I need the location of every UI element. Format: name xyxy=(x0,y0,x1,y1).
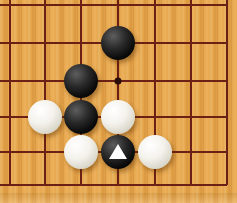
board-grid xyxy=(0,0,237,201)
grid-line-vertical xyxy=(80,24,82,62)
board-intersection[interactable] xyxy=(173,24,209,62)
grid-line-vertical xyxy=(154,62,156,99)
board-intersection[interactable] xyxy=(100,135,137,169)
board-intersection[interactable] xyxy=(209,135,237,169)
board-intersection[interactable] xyxy=(0,169,27,201)
board-intersection[interactable] xyxy=(63,135,100,169)
board-intersection[interactable] xyxy=(63,0,100,24)
board-intersection[interactable] xyxy=(137,135,174,169)
grid-line-vertical xyxy=(190,24,192,62)
board-intersection[interactable] xyxy=(173,0,209,24)
board-intersection[interactable] xyxy=(100,169,137,201)
board-intersection[interactable] xyxy=(63,24,100,62)
board-intersection[interactable] xyxy=(0,24,27,62)
grid-line-vertical xyxy=(226,0,228,24)
grid-line-vertical xyxy=(9,24,11,62)
board-intersection[interactable] xyxy=(137,0,174,24)
white-stone[interactable] xyxy=(64,135,98,169)
triangle-marker-icon xyxy=(109,144,127,159)
board-intersection[interactable] xyxy=(27,0,63,24)
grid-line-vertical xyxy=(226,169,228,185)
grid-line-vertical xyxy=(9,135,11,169)
grid-line-vertical xyxy=(80,0,82,24)
grid-line-vertical xyxy=(154,0,156,24)
board-intersection[interactable] xyxy=(100,24,137,62)
grid-line-vertical xyxy=(9,169,11,185)
grid-line-horizontal xyxy=(0,80,27,82)
white-stone[interactable] xyxy=(101,100,135,134)
grid-line-vertical xyxy=(226,99,228,135)
board-intersection[interactable] xyxy=(27,24,63,62)
board-intersection[interactable] xyxy=(173,62,209,99)
grid-line-vertical xyxy=(154,169,156,185)
board-intersection[interactable] xyxy=(0,135,27,169)
grid-line-horizontal xyxy=(0,42,27,44)
grid-line-vertical xyxy=(44,24,46,62)
board-intersection[interactable] xyxy=(63,62,100,99)
board-intersection[interactable] xyxy=(173,99,209,135)
grid-line-horizontal xyxy=(209,4,227,6)
black-stone[interactable] xyxy=(64,100,98,134)
black-stone[interactable] xyxy=(64,64,98,98)
board-intersection[interactable] xyxy=(63,169,100,201)
grid-line-horizontal xyxy=(0,4,27,6)
board-intersection[interactable] xyxy=(63,99,100,135)
board-intersection[interactable] xyxy=(137,24,174,62)
grid-line-horizontal xyxy=(209,80,227,82)
grid-line-vertical xyxy=(9,62,11,99)
grid-line-vertical xyxy=(117,169,119,185)
grid-line-horizontal xyxy=(209,42,227,44)
board-intersection[interactable] xyxy=(100,62,137,99)
board-intersection[interactable] xyxy=(137,169,174,201)
grid-line-vertical xyxy=(226,24,228,62)
grid-line-vertical xyxy=(190,169,192,185)
board-intersection[interactable] xyxy=(209,169,237,201)
grid-line-vertical xyxy=(44,62,46,99)
grid-line-vertical xyxy=(44,135,46,169)
grid-line-vertical xyxy=(44,0,46,24)
board-intersection[interactable] xyxy=(0,62,27,99)
grid-line-vertical xyxy=(80,169,82,185)
board-intersection[interactable] xyxy=(173,169,209,201)
board-intersection[interactable] xyxy=(209,62,237,99)
grid-line-horizontal xyxy=(209,116,227,118)
board-intersection[interactable] xyxy=(100,99,137,135)
board-intersection[interactable] xyxy=(209,0,237,24)
grid-line-horizontal xyxy=(0,151,27,153)
star-point xyxy=(115,77,122,84)
grid-line-vertical xyxy=(190,99,192,135)
grid-line-vertical xyxy=(44,169,46,185)
grid-line-vertical xyxy=(190,135,192,169)
white-stone[interactable] xyxy=(138,135,172,169)
board-intersection[interactable] xyxy=(137,62,174,99)
board-intersection[interactable] xyxy=(27,62,63,99)
black-stone[interactable] xyxy=(101,135,135,169)
board-intersection[interactable] xyxy=(173,135,209,169)
board-intersection[interactable] xyxy=(137,99,174,135)
white-stone[interactable] xyxy=(28,100,62,134)
board-intersection[interactable] xyxy=(27,135,63,169)
grid-line-vertical xyxy=(154,24,156,62)
board-intersection[interactable] xyxy=(100,0,137,24)
grid-line-horizontal xyxy=(209,151,227,153)
grid-line-vertical xyxy=(9,99,11,135)
grid-line-vertical xyxy=(117,0,119,24)
grid-line-vertical xyxy=(190,0,192,24)
board-intersection[interactable] xyxy=(209,24,237,62)
board-intersection[interactable] xyxy=(27,169,63,201)
grid-line-horizontal xyxy=(0,116,27,118)
go-board xyxy=(0,0,237,203)
board-intersection[interactable] xyxy=(209,99,237,135)
grid-line-horizontal xyxy=(0,184,27,186)
grid-line-vertical xyxy=(190,62,192,99)
grid-line-horizontal xyxy=(209,184,227,186)
grid-line-vertical xyxy=(226,62,228,99)
black-stone[interactable] xyxy=(101,26,135,60)
board-intersection[interactable] xyxy=(0,0,27,24)
grid-line-vertical xyxy=(9,0,11,24)
board-intersection[interactable] xyxy=(0,99,27,135)
grid-line-vertical xyxy=(226,135,228,169)
grid-line-vertical xyxy=(154,99,156,135)
board-intersection[interactable] xyxy=(27,99,63,135)
